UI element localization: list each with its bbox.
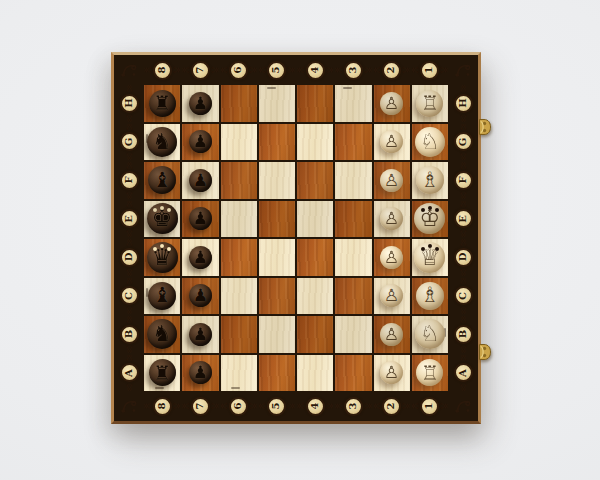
square-b4[interactable] — [297, 316, 333, 353]
frame-segment-file-H: H — [450, 85, 476, 122]
square-h5[interactable] — [259, 85, 295, 122]
scroll-ornament-icon — [249, 64, 257, 76]
square-a2[interactable]: ♙ — [374, 355, 410, 392]
coordinate-medallion-rank: 5 — [267, 61, 286, 80]
scroll-ornament-icon — [457, 162, 469, 169]
scroll-ornament-icon — [297, 400, 305, 412]
scroll-ornament-icon — [297, 64, 305, 76]
coordinate-label-file: D — [124, 253, 134, 262]
piece-glyph: ♝ — [153, 285, 172, 306]
scroll-ornament — [335, 64, 343, 76]
square-d5[interactable] — [259, 239, 295, 276]
scroll-ornament — [412, 64, 420, 76]
piece-white-pawn[interactable]: ♙ — [380, 169, 403, 192]
coordinate-medallion-rank: 7 — [191, 397, 210, 416]
square-d6[interactable] — [221, 239, 257, 276]
piece-glyph: ♙ — [384, 133, 399, 150]
square-d8[interactable]: ♛ — [144, 239, 180, 276]
scroll-ornament-icon — [457, 345, 469, 352]
scroll-ornament-icon — [457, 124, 469, 131]
piece-glyph: ♟ — [193, 172, 208, 189]
scroll-ornament-icon — [457, 114, 469, 121]
square-a4[interactable] — [297, 355, 333, 392]
scroll-ornament-icon — [457, 384, 469, 391]
scroll-ornament — [124, 152, 135, 160]
square-f3[interactable] — [335, 162, 371, 199]
scroll-ornament — [458, 268, 469, 276]
coordinate-label-file: B — [458, 330, 468, 338]
square-f1[interactable]: ♗ — [412, 162, 448, 199]
coordinate-label-rank: 6 — [234, 67, 244, 74]
frame-segment-file-D: D — [450, 239, 476, 276]
scroll-ornament — [124, 191, 135, 199]
scroll-ornament — [124, 278, 135, 286]
square-a7[interactable]: ♟ — [182, 355, 218, 392]
square-h3[interactable] — [335, 85, 371, 122]
piece-glyph: ♖ — [421, 363, 439, 383]
piece-white-rook[interactable]: ♖ — [416, 359, 443, 386]
scroll-ornament-icon — [221, 400, 229, 412]
scroll-ornament — [173, 400, 181, 412]
square-g6[interactable] — [221, 124, 257, 161]
piece-black-knight[interactable]: ♞ — [147, 319, 177, 349]
piece-glyph: ♟ — [193, 364, 208, 381]
square-a3[interactable] — [335, 355, 371, 392]
scroll-ornament — [458, 85, 469, 93]
scroll-ornament-icon — [123, 153, 135, 160]
scroll-ornament-icon — [364, 400, 372, 412]
piece-black-pawn[interactable]: ♟ — [189, 361, 212, 384]
corner-ornament — [450, 57, 476, 83]
scroll-ornament-icon — [440, 400, 448, 412]
scroll-ornament — [364, 64, 372, 76]
scroll-ornament-icon — [457, 153, 469, 160]
scroll-ornament-icon — [144, 400, 152, 412]
coordinate-medallion-file: D — [120, 248, 139, 267]
crown-dot — [160, 206, 164, 210]
piece-black-knight[interactable]: ♞ — [147, 127, 177, 157]
piece-glyph: ♟ — [193, 95, 208, 112]
scroll-ornament — [124, 306, 135, 314]
crown-dot — [167, 247, 171, 251]
frame-segment-file-C: C — [450, 278, 476, 315]
coordinate-medallion-file: B — [454, 325, 473, 344]
piece-white-pawn[interactable]: ♙ — [380, 246, 403, 269]
scroll-ornament-icon — [457, 239, 469, 246]
scroll-ornament-icon — [457, 268, 469, 275]
piece-black-rook[interactable]: ♜ — [149, 90, 176, 117]
piece-white-knight[interactable]: ♘ — [415, 319, 445, 349]
piece-white-queen[interactable]: ♕ — [414, 242, 445, 273]
square-b7[interactable]: ♟ — [182, 316, 218, 353]
brass-clasp-bottom — [477, 342, 492, 362]
square-d1[interactable]: ♕ — [412, 239, 448, 276]
scroll-ornament-icon — [123, 316, 135, 323]
square-f2[interactable]: ♙ — [374, 162, 410, 199]
coordinate-label-rank: 1 — [425, 403, 435, 410]
scroll-ornament-icon — [123, 162, 135, 169]
scroll-ornament — [211, 64, 219, 76]
scroll-ornament — [458, 201, 469, 209]
coordinate-label-rank: 5 — [272, 67, 282, 74]
scroll-ornament — [458, 355, 469, 363]
frame-segment-rank-7: 7 — [182, 57, 218, 83]
frame-segment-rank-2: 2 — [374, 57, 410, 83]
scroll-ornament — [124, 162, 135, 170]
square-g2[interactable]: ♙ — [374, 124, 410, 161]
piece-black-queen[interactable]: ♛ — [147, 242, 178, 273]
scroll-ornament-icon — [249, 400, 257, 412]
coordinate-medallion-file: H — [454, 94, 473, 113]
scroll-ornament-icon — [123, 355, 135, 362]
scroll-ornament-icon — [402, 64, 410, 76]
square-f6[interactable] — [221, 162, 257, 199]
piece-glyph: ♘ — [420, 131, 440, 153]
piece-white-pawn[interactable]: ♙ — [380, 361, 403, 384]
coordinate-medallion-rank: 4 — [306, 397, 325, 416]
coordinate-medallion-rank: 8 — [153, 397, 172, 416]
square-b8[interactable]: ♞ — [144, 316, 180, 353]
maker-stamp — [343, 87, 352, 89]
coordinate-medallion-rank: 6 — [229, 397, 248, 416]
piece-glyph: ♟ — [193, 287, 208, 304]
scroll-ornament — [124, 316, 135, 324]
corner-ornament — [116, 393, 142, 419]
frame-segment-rank-4: 4 — [297, 393, 333, 419]
scroll-ornament — [182, 400, 190, 412]
scroll-ornament — [144, 64, 152, 76]
frame-segment-rank-8: 8 — [144, 393, 180, 419]
coordinate-label-file: F — [124, 177, 134, 184]
square-c4[interactable] — [297, 278, 333, 315]
piece-black-pawn[interactable]: ♟ — [189, 207, 212, 230]
frame-segment-rank-2: 2 — [374, 393, 410, 419]
scroll-ornament — [124, 239, 135, 247]
piece-glyph: ♜ — [153, 93, 171, 113]
frame-segment-rank-3: 3 — [335, 393, 371, 419]
scroll-ornament — [297, 400, 305, 412]
coordinate-medallion-file: E — [454, 209, 473, 228]
scroll-ornament-icon — [335, 64, 343, 76]
square-c2[interactable]: ♙ — [374, 278, 410, 315]
frame-segment-rank-1: 1 — [412, 393, 448, 419]
piece-white-knight[interactable]: ♘ — [415, 127, 445, 157]
scroll-ornament — [124, 355, 135, 363]
scroll-ornament — [144, 400, 152, 412]
square-d2[interactable]: ♙ — [374, 239, 410, 276]
scroll-ornament — [402, 400, 410, 412]
coordinate-medallion-file: F — [454, 171, 473, 190]
square-d3[interactable] — [335, 239, 371, 276]
square-e3[interactable] — [335, 201, 371, 238]
scroll-ornament-icon — [412, 64, 420, 76]
square-g7[interactable]: ♟ — [182, 124, 218, 161]
coordinate-label-file: A — [458, 369, 468, 377]
coordinate-label-file: D — [458, 253, 468, 262]
crown-dot — [153, 208, 157, 212]
scroll-ornament — [458, 191, 469, 199]
scroll-ornament-icon — [287, 64, 295, 76]
frame-segment-file-F: F — [116, 162, 142, 199]
scroll-ornament — [458, 278, 469, 286]
frame-segment-file-G: G — [450, 124, 476, 161]
square-c7[interactable]: ♟ — [182, 278, 218, 315]
frame-segment-file-A: A — [450, 355, 476, 392]
scroll-ornament-icon — [374, 64, 382, 76]
square-e2[interactable]: ♙ — [374, 201, 410, 238]
crown-dot — [435, 247, 439, 251]
coordinate-label-file: H — [124, 99, 134, 108]
square-a1[interactable]: ♖ — [412, 355, 448, 392]
piece-white-pawn[interactable]: ♙ — [380, 284, 403, 307]
square-e4[interactable] — [297, 201, 333, 238]
coordinate-medallion-rank: 1 — [420, 61, 439, 80]
piece-black-pawn[interactable]: ♟ — [189, 169, 212, 192]
square-g3[interactable] — [335, 124, 371, 161]
piece-glyph: ♙ — [384, 249, 399, 266]
coordinate-medallion-rank: 2 — [382, 61, 401, 80]
scroll-ornament — [182, 64, 190, 76]
coordinate-medallion-file: C — [454, 286, 473, 305]
square-h7[interactable]: ♟ — [182, 85, 218, 122]
scroll-ornament — [458, 345, 469, 353]
scroll-ornament-icon — [123, 124, 135, 131]
scroll-ornament — [259, 64, 267, 76]
scroll-ornament-icon — [123, 278, 135, 285]
scroll-ornament-icon — [211, 400, 219, 412]
scroll-ornament — [458, 124, 469, 132]
piece-glyph: ♟ — [193, 326, 208, 343]
maker-stamp — [155, 387, 164, 389]
scroll-ornament-icon — [326, 400, 334, 412]
coordinate-label-rank: 3 — [348, 403, 358, 410]
square-e7[interactable]: ♟ — [182, 201, 218, 238]
scroll-ornament-icon — [123, 268, 135, 275]
scroll-ornament-icon — [173, 64, 181, 76]
square-g4[interactable] — [297, 124, 333, 161]
square-c6[interactable] — [221, 278, 257, 315]
brass-clasp-icon — [477, 117, 492, 137]
coordinate-label-rank: 6 — [234, 403, 244, 410]
scroll-ornament — [458, 229, 469, 237]
piece-white-pawn[interactable]: ♙ — [380, 207, 403, 230]
piece-black-pawn[interactable]: ♟ — [189, 130, 212, 153]
coordinate-label-rank: 1 — [425, 67, 435, 74]
coordinate-medallion-rank: 3 — [344, 397, 363, 416]
piece-black-rook[interactable]: ♜ — [149, 359, 176, 386]
square-b6[interactable] — [221, 316, 257, 353]
scroll-ornament-icon — [123, 307, 135, 314]
square-h4[interactable] — [297, 85, 333, 122]
square-e5[interactable] — [259, 201, 295, 238]
coordinate-medallion-rank: 4 — [306, 61, 325, 80]
frame-segment-rank-3: 3 — [335, 57, 371, 83]
scroll-ornament-icon — [123, 85, 135, 92]
piece-glyph: ♟ — [193, 249, 208, 266]
scroll-ornament — [124, 345, 135, 353]
scroll-ornament-icon — [173, 400, 181, 412]
square-c1[interactable]: ♗ — [412, 278, 448, 315]
square-d7[interactable]: ♟ — [182, 239, 218, 276]
square-g8[interactable]: ♞ — [144, 124, 180, 161]
coordinate-label-rank: 7 — [195, 67, 205, 74]
scroll-ornament-icon — [457, 201, 469, 208]
scroll-ornament-icon — [144, 64, 152, 76]
piece-white-rook[interactable]: ♖ — [416, 90, 443, 117]
scroll-ornament — [124, 114, 135, 122]
coordinate-medallion-file: H — [120, 94, 139, 113]
scroll-ornament — [221, 400, 229, 412]
scroll-ornament — [402, 64, 410, 76]
scroll-ornament — [297, 64, 305, 76]
scroll-ornament-icon — [123, 345, 135, 352]
coordinate-medallion-file: A — [120, 363, 139, 382]
coordinate-medallion-file: G — [454, 132, 473, 151]
coordinate-label-file: E — [458, 215, 468, 223]
crown-dot — [428, 206, 432, 210]
scroll-ornament — [458, 162, 469, 170]
coordinate-label-file: B — [124, 330, 134, 338]
piece-black-king[interactable]: ♚ — [147, 203, 178, 234]
piece-glyph: ♞ — [152, 131, 172, 153]
piece-glyph: ♗ — [420, 285, 439, 306]
scroll-ornament — [458, 152, 469, 160]
frame-segment-rank-5: 5 — [259, 393, 295, 419]
frame-segment-file-A: A — [116, 355, 142, 392]
square-e6[interactable] — [221, 201, 257, 238]
crown-dot — [421, 208, 425, 212]
square-d4[interactable] — [297, 239, 333, 276]
frame-segment-rank-1: 1 — [412, 57, 448, 83]
scroll-ornament-icon — [457, 355, 469, 362]
corner-ornament — [116, 57, 142, 83]
scroll-ornament-icon — [287, 400, 295, 412]
scroll-ornament — [374, 400, 382, 412]
piece-black-bishop[interactable]: ♝ — [148, 282, 176, 310]
piece-white-pawn[interactable]: ♙ — [380, 92, 403, 115]
scroll-ornament — [374, 64, 382, 76]
piece-white-pawn[interactable]: ♙ — [380, 130, 403, 153]
piece-glyph: ♙ — [384, 364, 399, 381]
scroll-ornament-icon — [123, 201, 135, 208]
frame-segment-file-B: B — [450, 316, 476, 353]
square-c5[interactable] — [259, 278, 295, 315]
square-a6[interactable] — [221, 355, 257, 392]
coordinate-label-file: G — [458, 137, 468, 146]
square-g5[interactable] — [259, 124, 295, 161]
piece-black-pawn[interactable]: ♟ — [189, 323, 212, 346]
square-c8[interactable]: ♝ — [144, 278, 180, 315]
piece-black-pawn[interactable]: ♟ — [189, 284, 212, 307]
piece-glyph: ♗ — [420, 170, 439, 191]
frame-segment-file-E: E — [450, 201, 476, 238]
piece-white-pawn[interactable]: ♙ — [380, 323, 403, 346]
coordinate-label-rank: 4 — [310, 403, 320, 410]
coordinate-label-file: G — [124, 137, 134, 146]
square-a8[interactable]: ♜ — [144, 355, 180, 392]
scroll-ornament — [326, 64, 334, 76]
frame-segment-rank-6: 6 — [221, 393, 257, 419]
maker-stamp — [267, 87, 276, 89]
square-f5[interactable] — [259, 162, 295, 199]
coordinate-medallion-rank: 5 — [267, 397, 286, 416]
photo-backdrop: 87654321H♜♟♙♖HG♞♟♙♘GF♝♟♙♗FE♚♟♙♔ED♛♟♙♕DC♝… — [0, 0, 600, 480]
square-c3[interactable] — [335, 278, 371, 315]
square-h2[interactable]: ♙ — [374, 85, 410, 122]
coordinate-medallion-file: F — [120, 171, 139, 190]
scroll-ornament-icon — [259, 64, 267, 76]
brass-clasp-icon — [477, 342, 492, 362]
coordinate-medallion-rank: 3 — [344, 61, 363, 80]
frame-segment-file-C: C — [116, 278, 142, 315]
square-h1[interactable]: ♖ — [412, 85, 448, 122]
square-g1[interactable]: ♘ — [412, 124, 448, 161]
coordinate-medallion-rank: 2 — [382, 397, 401, 416]
piece-glyph: ♙ — [384, 326, 399, 343]
scroll-ornament-icon — [457, 278, 469, 285]
piece-black-bishop[interactable]: ♝ — [148, 166, 176, 194]
piece-white-bishop[interactable]: ♗ — [416, 166, 444, 194]
square-h8[interactable]: ♜ — [144, 85, 180, 122]
frame-segment-file-B: B — [116, 316, 142, 353]
coordinate-medallion-rank: 1 — [420, 397, 439, 416]
scroll-ornament — [124, 268, 135, 276]
square-f4[interactable] — [297, 162, 333, 199]
scroll-ornament — [173, 64, 181, 76]
piece-black-pawn[interactable]: ♟ — [189, 246, 212, 269]
coordinate-label-file: C — [458, 292, 468, 300]
scroll-ornament — [287, 400, 295, 412]
square-a5[interactable] — [259, 355, 295, 392]
corner-ornament — [450, 393, 476, 419]
scroll-ornament-icon — [182, 64, 190, 76]
piece-glyph: ♞ — [152, 323, 172, 345]
scroll-ornament — [259, 400, 267, 412]
square-b2[interactable]: ♙ — [374, 316, 410, 353]
square-e8[interactable]: ♚ — [144, 201, 180, 238]
scroll-ornament-icon — [211, 64, 219, 76]
piece-glyph: ♘ — [420, 323, 440, 345]
square-h6[interactable] — [221, 85, 257, 122]
square-b1[interactable]: ♘ — [412, 316, 448, 353]
coordinate-medallion-file: G — [120, 132, 139, 151]
scroll-ornament-icon — [259, 400, 267, 412]
square-b5[interactable] — [259, 316, 295, 353]
piece-glyph: ♟ — [193, 133, 208, 150]
scroll-ornament-icon — [457, 307, 469, 314]
square-f7[interactable]: ♟ — [182, 162, 218, 199]
coordinate-medallion-file: C — [120, 286, 139, 305]
piece-white-king[interactable]: ♔ — [414, 203, 445, 234]
corner-scroll-icon — [120, 61, 138, 79]
corner-scroll-icon — [120, 397, 138, 415]
piece-glyph: ♖ — [421, 93, 439, 113]
square-f8[interactable]: ♝ — [144, 162, 180, 199]
piece-glyph: ♜ — [153, 363, 171, 383]
scroll-ornament — [124, 229, 135, 237]
piece-glyph: ♙ — [384, 210, 399, 227]
frame-segment-file-E: E — [116, 201, 142, 238]
square-e1[interactable]: ♔ — [412, 201, 448, 238]
piece-glyph: ♝ — [153, 170, 172, 191]
piece-black-pawn[interactable]: ♟ — [189, 92, 212, 115]
scroll-ornament — [458, 239, 469, 247]
square-b3[interactable] — [335, 316, 371, 353]
frame-segment-rank-7: 7 — [182, 393, 218, 419]
piece-white-bishop[interactable]: ♗ — [416, 282, 444, 310]
crown-dot — [421, 247, 425, 251]
scroll-ornament-icon — [123, 239, 135, 246]
